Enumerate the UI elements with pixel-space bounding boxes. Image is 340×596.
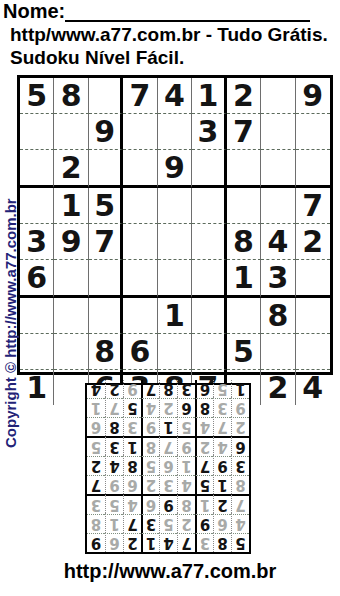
empty-cell-r4c6[interactable] <box>192 188 226 224</box>
given-cell-r5c9: 2 <box>296 224 330 260</box>
solution-cell-r8c2: 3 <box>213 398 231 417</box>
empty-cell-r1c8[interactable] <box>261 78 295 114</box>
solution-cell-r2c8: 1 <box>105 514 123 533</box>
empty-cell-r8c6[interactable] <box>192 334 226 370</box>
solution-cell-r8c1: 9 <box>231 398 249 417</box>
empty-cell-r4c8[interactable] <box>261 188 295 224</box>
empty-cell-r4c4[interactable] <box>123 188 157 224</box>
name-label: Nome: <box>3 0 65 23</box>
solution-cell-r2c9: 8 <box>87 514 105 533</box>
given-cell-r9c1: 1 <box>20 370 54 405</box>
empty-cell-r7c9[interactable] <box>296 298 330 334</box>
empty-cell-r7c1[interactable] <box>20 298 54 334</box>
given-cell-r3c2: 2 <box>54 150 88 188</box>
given-cell-r3c5: 9 <box>158 150 192 188</box>
given-cell-r4c3: 5 <box>89 188 123 224</box>
empty-cell-r3c4[interactable] <box>123 150 157 188</box>
empty-cell-r8c1[interactable] <box>20 334 54 370</box>
solution-cell-r2c3: 9 <box>195 514 213 533</box>
solution-cell-r4c1: 8 <box>231 475 249 494</box>
solution-cell-r5c2: 9 <box>213 456 231 475</box>
empty-cell-r3c7[interactable] <box>227 150 261 188</box>
solution-cell-r2c1: 4 <box>231 514 249 533</box>
given-cell-r5c2: 9 <box>54 224 88 260</box>
solution-cell-r6c2: 4 <box>213 436 231 456</box>
given-cell-r5c8: 4 <box>261 224 295 260</box>
given-cell-r1c6: 1 <box>192 78 226 114</box>
solution-cell-r7c3: 4 <box>195 417 213 436</box>
solution-cell-r1c3: 3 <box>195 533 213 552</box>
solution-cell-r5c9: 2 <box>87 456 105 475</box>
solution-cell-r4c3: 5 <box>195 475 213 494</box>
empty-cell-r3c6[interactable] <box>192 150 226 188</box>
solution-cell-r3c7: 4 <box>123 494 141 514</box>
solution-cell-r3c1: 7 <box>231 494 249 514</box>
given-cell-r1c7: 2 <box>227 78 261 114</box>
empty-cell-r2c8[interactable] <box>261 114 295 150</box>
printable-sudoku-page: Nome: http/www.a77.com.br - Tudo Grátis.… <box>0 0 340 596</box>
empty-cell-r5c4[interactable] <box>123 224 157 260</box>
solution-cell-r1c4: 7 <box>177 533 195 552</box>
empty-cell-r2c1[interactable] <box>20 114 54 150</box>
solution-cell-r6c3: 2 <box>195 436 213 456</box>
solution-cell-r7c6: 9 <box>141 417 159 436</box>
empty-cell-r3c3[interactable] <box>89 150 123 188</box>
given-cell-r5c1: 3 <box>20 224 54 260</box>
solution-cell-r1c6: 1 <box>141 533 159 552</box>
solution-cell-r3c9: 3 <box>87 494 105 514</box>
solution-cell-r7c1: 2 <box>231 417 249 436</box>
solution-cell-r5c3: 7 <box>195 456 213 475</box>
empty-cell-r3c9[interactable] <box>296 150 330 188</box>
solution-cell-r2c6: 3 <box>141 514 159 533</box>
empty-cell-r7c4[interactable] <box>123 298 157 334</box>
solution-board-rotated: 5837412694692537187218964538154326973971… <box>85 383 251 554</box>
given-cell-r1c2: 8 <box>54 78 88 114</box>
solution-cell-r1c7: 2 <box>123 533 141 552</box>
given-cell-r5c3: 7 <box>89 224 123 260</box>
puzzle-level-title: Sudoku Nível Fácil. <box>10 47 184 69</box>
solution-cell-r8c6: 4 <box>141 398 159 417</box>
solution-cell-r9c3: 6 <box>195 380 213 398</box>
solution-cell-r6c5: 7 <box>159 436 177 456</box>
solution-cell-r7c9: 6 <box>87 417 105 436</box>
given-cell-r6c8: 3 <box>261 260 295 298</box>
solution-cell-r5c8: 4 <box>105 456 123 475</box>
solution-cell-r4c9: 7 <box>87 475 105 494</box>
footer-url: http://www.a77.com.br <box>0 560 340 583</box>
solution-cell-r4c8: 9 <box>105 475 123 494</box>
empty-cell-r6c2[interactable] <box>54 260 88 298</box>
solution-cell-r4c4: 4 <box>177 475 195 494</box>
solution-cell-r8c5: 2 <box>159 398 177 417</box>
empty-cell-r4c1[interactable] <box>20 188 54 224</box>
solution-cell-r5c1: 3 <box>231 456 249 475</box>
given-cell-r2c3: 9 <box>89 114 123 150</box>
empty-cell-r8c2[interactable] <box>54 334 88 370</box>
solution-cell-r1c2: 8 <box>213 533 231 552</box>
given-cell-r5c7: 8 <box>227 224 261 260</box>
empty-cell-r8c9[interactable] <box>296 334 330 370</box>
solution-cell-r7c7: 3 <box>123 417 141 436</box>
solution-cell-r1c9: 9 <box>87 533 105 552</box>
given-cell-r9c8: 2 <box>261 370 295 405</box>
solution-cell-r9c6: 7 <box>141 380 159 398</box>
given-cell-r8c4: 6 <box>123 334 157 370</box>
solution-cell-r7c5: 1 <box>159 417 177 436</box>
name-row: Nome: <box>3 0 310 23</box>
solution-cell-r9c8: 2 <box>105 380 123 398</box>
solution-cell-r2c4: 2 <box>177 514 195 533</box>
empty-cell-r5c6[interactable] <box>192 224 226 260</box>
solution-cell-r6c7: 1 <box>123 436 141 456</box>
solution-cell-r9c1: 1 <box>231 380 249 398</box>
empty-cell-r6c3[interactable] <box>89 260 123 298</box>
solution-cell-r2c2: 6 <box>213 514 231 533</box>
solution-cell-r6c1: 6 <box>231 436 249 456</box>
given-cell-r1c5: 4 <box>158 78 192 114</box>
empty-cell-r4c5[interactable] <box>158 188 192 224</box>
solution-cell-r9c2: 5 <box>213 380 231 398</box>
given-cell-r7c8: 8 <box>261 298 295 334</box>
solution-cell-r5c7: 8 <box>123 456 141 475</box>
empty-cell-r6c5[interactable] <box>158 260 192 298</box>
empty-cell-r3c8[interactable] <box>261 150 295 188</box>
empty-cell-r3c1[interactable] <box>20 150 54 188</box>
given-cell-r1c1: 5 <box>20 78 54 114</box>
name-underline[interactable] <box>65 19 310 22</box>
empty-cell-r1c3[interactable] <box>89 78 123 114</box>
empty-cell-r7c2[interactable] <box>54 298 88 334</box>
solution-cell-r8c9: 1 <box>87 398 105 417</box>
solution-cell-r7c8: 8 <box>105 417 123 436</box>
solution-cell-r9c4: 3 <box>177 380 195 398</box>
site-title: http/www.a77.com.br - Tudo Grátis. <box>10 24 328 46</box>
solution-cell-r9c9: 4 <box>87 380 105 398</box>
solution-cell-r7c4: 5 <box>177 417 195 436</box>
empty-cell-r2c2[interactable] <box>54 114 88 150</box>
solution-cell-r2c5: 5 <box>159 514 177 533</box>
solution-cell-r1c1: 5 <box>231 533 249 552</box>
solution-cell-r4c7: 6 <box>123 475 141 494</box>
solution-cell-r9c5: 8 <box>159 380 177 398</box>
solution-cell-r9c7: 9 <box>123 380 141 398</box>
solution-cell-r2c7: 7 <box>123 514 141 533</box>
empty-cell-r8c8[interactable] <box>261 334 295 370</box>
empty-cell-r6c9[interactable] <box>296 260 330 298</box>
solution-cell-r6c6: 8 <box>141 436 159 456</box>
solution-cell-r6c9: 5 <box>87 436 105 456</box>
given-cell-r1c9: 9 <box>296 78 330 114</box>
solution-cell-r8c3: 8 <box>195 398 213 417</box>
empty-cell-r6c4[interactable] <box>123 260 157 298</box>
given-cell-r4c2: 1 <box>54 188 88 224</box>
solution-cell-r4c2: 1 <box>213 475 231 494</box>
solution-cell-r5c4: 1 <box>177 456 195 475</box>
empty-cell-r4c7[interactable] <box>227 188 261 224</box>
given-cell-r2c6: 3 <box>192 114 226 150</box>
solution-cell-r3c2: 2 <box>213 494 231 514</box>
empty-cell-r7c6[interactable] <box>192 298 226 334</box>
sudoku-board: 587412993729157397842613188651638724 <box>17 75 333 375</box>
solution-cell-r3c4: 8 <box>177 494 195 514</box>
empty-cell-r7c7[interactable] <box>227 298 261 334</box>
solution-cell-r4c6: 2 <box>141 475 159 494</box>
empty-cell-r2c4[interactable] <box>123 114 157 150</box>
empty-cell-r9c2[interactable] <box>54 370 88 405</box>
solution-cell-r5c5: 6 <box>159 456 177 475</box>
given-cell-r8c7: 5 <box>227 334 261 370</box>
given-cell-r6c7: 1 <box>227 260 261 298</box>
solution-cell-r5c6: 5 <box>141 456 159 475</box>
given-cell-r6c1: 6 <box>20 260 54 298</box>
copyright-vertical-text: Copyright © http://www.a77.com.br <box>2 198 19 448</box>
given-cell-r1c4: 7 <box>123 78 157 114</box>
given-cell-r7c5: 1 <box>158 298 192 334</box>
solution-cell-r8c7: 5 <box>123 398 141 417</box>
empty-cell-r8c5[interactable] <box>158 334 192 370</box>
solution-cell-r6c8: 3 <box>105 436 123 456</box>
empty-cell-r2c5[interactable] <box>158 114 192 150</box>
empty-cell-r7c3[interactable] <box>89 298 123 334</box>
solution-cell-r3c3: 1 <box>195 494 213 514</box>
empty-cell-r2c9[interactable] <box>296 114 330 150</box>
solution-cell-r7c2: 7 <box>213 417 231 436</box>
solution-cell-r8c4: 6 <box>177 398 195 417</box>
given-cell-r4c9: 7 <box>296 188 330 224</box>
solution-cell-r4c5: 3 <box>159 475 177 494</box>
solution-cell-r3c5: 9 <box>159 494 177 514</box>
empty-cell-r5c5[interactable] <box>158 224 192 260</box>
solution-cell-r6c4: 9 <box>177 436 195 456</box>
solution-cell-r8c8: 7 <box>105 398 123 417</box>
solution-cell-r3c8: 5 <box>105 494 123 514</box>
given-cell-r8c3: 8 <box>89 334 123 370</box>
solution-cell-r1c8: 6 <box>105 533 123 552</box>
solution-cell-r3c6: 6 <box>141 494 159 514</box>
given-cell-r9c9: 4 <box>296 370 330 405</box>
empty-cell-r6c6[interactable] <box>192 260 226 298</box>
given-cell-r2c7: 7 <box>227 114 261 150</box>
solution-cell-r1c5: 4 <box>159 533 177 552</box>
